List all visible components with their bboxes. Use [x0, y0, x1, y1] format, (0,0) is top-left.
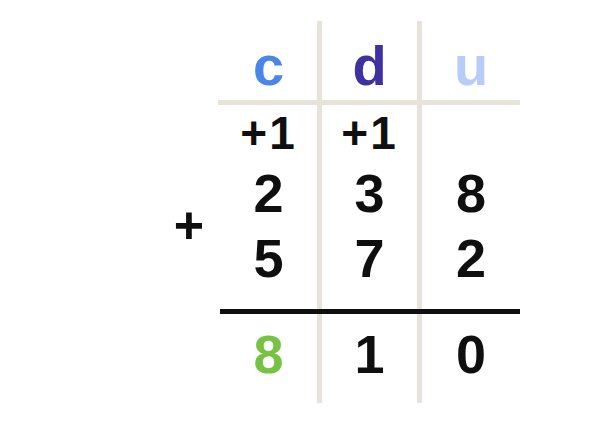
carry-tens: +1 — [322, 105, 417, 160]
addend2-tens: 7 — [322, 225, 417, 290]
result-tens: 1 — [322, 314, 417, 403]
place-value-grid: c d u +1 +1 + 2 3 8 5 7 2 8 1 0 — [0, 0, 600, 425]
sum-line — [220, 309, 520, 314]
addition-worksheet: c d u +1 +1 + 2 3 8 5 7 2 8 1 0 — [0, 0, 600, 425]
addend1-hundreds: 2 — [220, 160, 317, 225]
addend2-hundreds: 5 — [220, 225, 317, 290]
column-header-hundreds: c — [220, 21, 317, 100]
addend2-units: 2 — [422, 225, 520, 290]
result-units: 0 — [422, 314, 520, 403]
carry-hundreds: +1 — [220, 105, 317, 160]
carry-units — [422, 105, 520, 160]
column-header-units: u — [422, 21, 520, 100]
addend1-tens: 3 — [322, 160, 417, 225]
plus-operator: + — [0, 160, 220, 290]
result-hundreds: 8 — [220, 314, 317, 403]
addend1-units: 8 — [422, 160, 520, 225]
column-header-tens: d — [322, 21, 417, 100]
